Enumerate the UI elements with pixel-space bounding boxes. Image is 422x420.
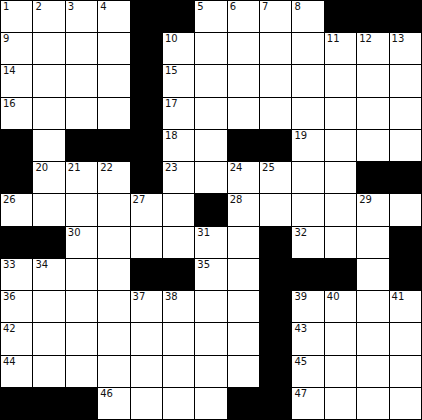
clue-number: 15 [165, 65, 178, 76]
grid-cell[interactable] [163, 194, 194, 225]
grid-cell[interactable] [292, 162, 323, 193]
clue-number: 22 [100, 162, 113, 173]
grid-cell[interactable] [33, 323, 64, 354]
grid-cell[interactable]: 39 [292, 291, 323, 322]
clue-number: 11 [327, 33, 340, 44]
grid-cell[interactable] [195, 291, 226, 322]
grid-cell[interactable] [260, 194, 291, 225]
clue-number: 17 [165, 98, 178, 109]
grid-cell[interactable] [228, 259, 259, 290]
grid-cell[interactable] [390, 388, 421, 419]
grid-cell[interactable]: 23 [163, 162, 194, 193]
block-cell [163, 1, 194, 32]
block-cell [390, 259, 421, 290]
grid-cell[interactable] [33, 98, 64, 129]
grid-cell[interactable] [163, 356, 194, 387]
grid-cell[interactable] [98, 356, 129, 387]
grid-cell[interactable] [98, 65, 129, 96]
clue-number: 2 [35, 1, 41, 12]
clue-number: 1 [3, 1, 9, 12]
block-cell [66, 388, 97, 419]
grid-cell[interactable] [325, 65, 356, 96]
grid-cell[interactable] [357, 65, 388, 96]
grid-cell[interactable] [66, 98, 97, 129]
grid-cell[interactable] [195, 356, 226, 387]
block-cell [131, 65, 162, 96]
clue-number: 13 [392, 33, 405, 44]
clue-number: 26 [3, 194, 16, 205]
block-cell [195, 194, 226, 225]
clue-number: 32 [294, 227, 307, 238]
clue-number: 45 [294, 356, 307, 367]
grid-cell[interactable] [131, 388, 162, 419]
clue-number: 7 [262, 1, 268, 12]
block-cell [260, 259, 291, 290]
block-cell [228, 388, 259, 419]
grid-cell[interactable]: 16 [1, 98, 32, 129]
grid-cell[interactable] [98, 291, 129, 322]
grid-cell[interactable] [292, 98, 323, 129]
block-cell [1, 162, 32, 193]
clue-number: 10 [165, 33, 178, 44]
grid-cell[interactable] [195, 323, 226, 354]
grid-cell[interactable]: 43 [292, 323, 323, 354]
clue-number: 20 [35, 162, 48, 173]
grid-cell[interactable] [163, 388, 194, 419]
grid-cell[interactable] [390, 65, 421, 96]
grid-cell[interactable] [66, 194, 97, 225]
grid-cell[interactable] [357, 98, 388, 129]
grid-cell[interactable] [195, 33, 226, 64]
crossword-grid: 1234567891011121314151617181920212223242… [0, 0, 422, 420]
grid-cell[interactable] [228, 33, 259, 64]
clue-number: 28 [230, 194, 243, 205]
grid-cell[interactable] [357, 388, 388, 419]
clue-number: 44 [3, 356, 16, 367]
block-cell [98, 130, 129, 161]
grid-cell[interactable]: 7 [260, 1, 291, 32]
grid-cell[interactable]: 8 [292, 1, 323, 32]
grid-cell[interactable]: 32 [292, 227, 323, 258]
clue-number: 40 [327, 291, 340, 302]
grid-cell[interactable] [131, 323, 162, 354]
grid-cell[interactable] [228, 227, 259, 258]
clue-number: 42 [3, 323, 16, 334]
block-cell [33, 227, 64, 258]
grid-cell[interactable] [66, 33, 97, 64]
block-cell [228, 130, 259, 161]
grid-cell[interactable] [228, 65, 259, 96]
grid-cell[interactable]: 6 [228, 1, 259, 32]
grid-cell[interactable]: 13 [390, 33, 421, 64]
grid-cell[interactable] [195, 65, 226, 96]
block-cell [131, 130, 162, 161]
grid-cell[interactable] [325, 227, 356, 258]
grid-cell[interactable]: 11 [325, 33, 356, 64]
grid-cell[interactable]: 5 [195, 1, 226, 32]
grid-cell[interactable]: 18 [163, 130, 194, 161]
grid-cell[interactable] [390, 194, 421, 225]
grid-cell[interactable] [357, 259, 388, 290]
grid-cell[interactable]: 24 [228, 162, 259, 193]
clue-number: 19 [294, 130, 307, 141]
clue-number: 23 [165, 162, 178, 173]
grid-cell[interactable] [195, 388, 226, 419]
grid-cell[interactable] [33, 65, 64, 96]
grid-cell[interactable] [390, 323, 421, 354]
grid-cell[interactable] [357, 130, 388, 161]
grid-cell[interactable] [195, 130, 226, 161]
block-cell [260, 388, 291, 419]
grid-cell[interactable] [357, 291, 388, 322]
block-cell [1, 388, 32, 419]
block-cell [131, 259, 162, 290]
grid-cell[interactable]: 40 [325, 291, 356, 322]
grid-cell[interactable]: 4 [98, 1, 129, 32]
grid-cell[interactable] [325, 356, 356, 387]
grid-cell[interactable]: 17 [163, 98, 194, 129]
block-cell [292, 259, 323, 290]
clue-number: 41 [392, 291, 405, 302]
grid-cell[interactable]: 15 [163, 65, 194, 96]
clue-number: 30 [68, 227, 81, 238]
block-cell [390, 162, 421, 193]
grid-cell[interactable] [195, 162, 226, 193]
grid-cell[interactable]: 12 [357, 33, 388, 64]
grid-cell[interactable] [228, 323, 259, 354]
grid-cell[interactable] [66, 291, 97, 322]
grid-cell[interactable]: 47 [292, 388, 323, 419]
grid-cell[interactable]: 21 [66, 162, 97, 193]
grid-cell[interactable]: 22 [98, 162, 129, 193]
clue-number: 6 [230, 1, 236, 12]
clue-number: 46 [100, 388, 113, 399]
block-cell [1, 130, 32, 161]
clue-number: 16 [3, 98, 16, 109]
clue-number: 25 [262, 162, 275, 173]
grid-cell[interactable] [98, 194, 129, 225]
grid-cell[interactable]: 19 [292, 130, 323, 161]
clue-number: 35 [197, 259, 210, 270]
grid-cell[interactable]: 45 [292, 356, 323, 387]
block-cell [390, 227, 421, 258]
clue-number: 5 [197, 1, 203, 12]
clue-number: 34 [35, 259, 48, 270]
grid-cell[interactable] [228, 291, 259, 322]
grid-cell[interactable]: 30 [66, 227, 97, 258]
grid-cell[interactable]: 28 [228, 194, 259, 225]
grid-cell[interactable] [98, 227, 129, 258]
clue-number: 4 [100, 1, 106, 12]
clue-number: 38 [165, 291, 178, 302]
grid-cell[interactable] [163, 323, 194, 354]
clue-number: 3 [68, 1, 74, 12]
grid-cell[interactable] [98, 259, 129, 290]
grid-cell[interactable] [357, 356, 388, 387]
grid-cell[interactable] [163, 227, 194, 258]
block-cell [33, 388, 64, 419]
grid-cell[interactable] [325, 98, 356, 129]
clue-number: 21 [68, 162, 81, 173]
grid-cell[interactable] [195, 98, 226, 129]
grid-cell[interactable] [325, 162, 356, 193]
clue-number: 24 [230, 162, 243, 173]
clue-number: 47 [294, 388, 307, 399]
clue-number: 18 [165, 130, 178, 141]
clue-number: 37 [133, 291, 146, 302]
grid-cell[interactable]: 2 [33, 1, 64, 32]
grid-cell[interactable]: 31 [195, 227, 226, 258]
grid-cell[interactable]: 33 [1, 259, 32, 290]
block-cell [357, 1, 388, 32]
block-cell [357, 162, 388, 193]
grid-cell[interactable] [260, 98, 291, 129]
grid-cell[interactable]: 14 [1, 65, 32, 96]
grid-cell[interactable] [98, 323, 129, 354]
grid-cell[interactable] [33, 33, 64, 64]
clue-number: 36 [3, 291, 16, 302]
grid-cell[interactable] [33, 130, 64, 161]
grid-cell[interactable] [292, 33, 323, 64]
grid-cell[interactable]: 20 [33, 162, 64, 193]
grid-cell[interactable] [325, 323, 356, 354]
grid-cell[interactable]: 10 [163, 33, 194, 64]
clue-number: 29 [359, 194, 372, 205]
grid-cell[interactable] [66, 259, 97, 290]
block-cell [131, 33, 162, 64]
block-cell [66, 130, 97, 161]
grid-cell[interactable] [131, 356, 162, 387]
grid-cell[interactable]: 37 [131, 291, 162, 322]
grid-cell[interactable]: 34 [33, 259, 64, 290]
grid-cell[interactable] [66, 323, 97, 354]
grid-cell[interactable] [292, 194, 323, 225]
grid-cell[interactable] [292, 65, 323, 96]
grid-cell[interactable] [33, 291, 64, 322]
clue-number: 12 [359, 33, 372, 44]
grid-cell[interactable] [325, 388, 356, 419]
grid-cell[interactable]: 46 [98, 388, 129, 419]
grid-cell[interactable]: 41 [390, 291, 421, 322]
block-cell [131, 162, 162, 193]
clue-number: 39 [294, 291, 307, 302]
block-cell [260, 323, 291, 354]
grid-cell[interactable] [66, 356, 97, 387]
clue-number: 31 [197, 227, 210, 238]
block-cell [131, 1, 162, 32]
grid-cell[interactable] [325, 130, 356, 161]
grid-cell[interactable] [66, 65, 97, 96]
grid-cell[interactable] [390, 130, 421, 161]
grid-cell[interactable] [357, 227, 388, 258]
clue-number: 8 [294, 1, 300, 12]
grid-cell[interactable]: 44 [1, 356, 32, 387]
block-cell [260, 291, 291, 322]
block-cell [1, 227, 32, 258]
grid-cell[interactable]: 26 [1, 194, 32, 225]
grid-cell[interactable]: 1 [1, 1, 32, 32]
grid-cell[interactable] [260, 65, 291, 96]
clue-number: 27 [133, 194, 146, 205]
grid-cell[interactable]: 9 [1, 33, 32, 64]
grid-cell[interactable] [228, 356, 259, 387]
block-cell [260, 356, 291, 387]
clue-number: 14 [3, 65, 16, 76]
block-cell [131, 98, 162, 129]
block-cell [260, 130, 291, 161]
grid-cell[interactable] [33, 356, 64, 387]
grid-cell[interactable]: 38 [163, 291, 194, 322]
grid-cell[interactable]: 35 [195, 259, 226, 290]
clue-number: 9 [3, 33, 9, 44]
block-cell [163, 259, 194, 290]
grid-cell[interactable] [33, 194, 64, 225]
grid-cell[interactable]: 29 [357, 194, 388, 225]
block-cell [390, 1, 421, 32]
grid-cell[interactable] [131, 227, 162, 258]
block-cell [325, 1, 356, 32]
block-cell [260, 227, 291, 258]
grid-cell[interactable] [390, 356, 421, 387]
clue-number: 43 [294, 323, 307, 334]
grid-cell[interactable] [98, 33, 129, 64]
clue-number: 33 [3, 259, 16, 270]
grid-cell[interactable] [98, 98, 129, 129]
grid-cell[interactable] [260, 33, 291, 64]
grid-cell[interactable] [325, 194, 356, 225]
grid-cell[interactable] [357, 323, 388, 354]
grid-cell[interactable]: 25 [260, 162, 291, 193]
grid-cell[interactable] [228, 98, 259, 129]
grid-cell[interactable] [390, 98, 421, 129]
block-cell [325, 259, 356, 290]
grid-cell[interactable]: 36 [1, 291, 32, 322]
grid-cell[interactable]: 27 [131, 194, 162, 225]
grid-cell[interactable]: 42 [1, 323, 32, 354]
grid-cell[interactable]: 3 [66, 1, 97, 32]
